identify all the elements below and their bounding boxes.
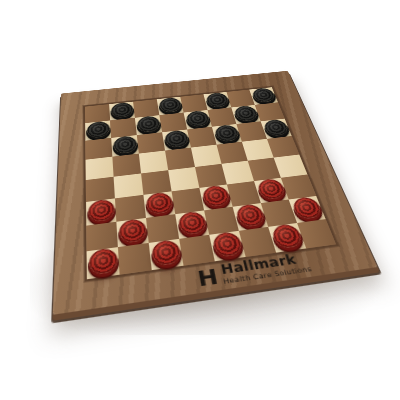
- square-c1: ⛀: [149, 239, 184, 270]
- checker-red: ⛀: [290, 196, 323, 220]
- checker-black: ⛂: [163, 130, 189, 149]
- logo-h-mark-icon: H: [196, 265, 220, 288]
- checker-black: ⛂: [113, 135, 138, 154]
- checker-black: ⛂: [136, 115, 160, 133]
- checker-black: ⛂: [205, 92, 230, 108]
- checker-red: ⛀: [88, 199, 115, 223]
- checker-black: ⛂: [158, 97, 182, 113]
- checker-red: ⛀: [201, 185, 230, 208]
- checker-black: ⛂: [233, 105, 259, 122]
- scene: ⛂⛂⛂⛂⛂⛂⛂⛂⛂⛂⛂⛂⛀⛀⛀⛀⛀⛀⛀⛀⛀⛀⛀⛀ H Hallmark Heal…: [0, 0, 400, 400]
- checker-red: ⛀: [150, 239, 181, 267]
- checker-red: ⛀: [145, 192, 173, 216]
- checker-red: ⛀: [88, 247, 117, 275]
- checker-black: ⛂: [87, 121, 110, 139]
- checker-red: ⛀: [118, 218, 147, 244]
- checker-black: ⛂: [110, 102, 133, 119]
- checker-red: ⛀: [234, 203, 265, 228]
- checker-black: ⛂: [262, 119, 290, 137]
- checker-red: ⛀: [177, 211, 207, 236]
- checker-black: ⛂: [213, 124, 240, 142]
- checker-black: ⛂: [251, 87, 277, 103]
- square-b1: [118, 243, 152, 275]
- checker-red: ⛀: [211, 231, 243, 258]
- square-a1: ⛀: [87, 247, 120, 279]
- checker-black: ⛂: [185, 110, 210, 127]
